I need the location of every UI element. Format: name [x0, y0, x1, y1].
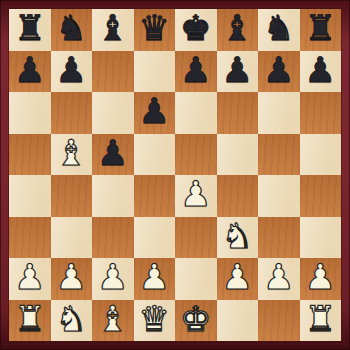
square-b6[interactable] [51, 92, 93, 134]
piece-black-king-e8[interactable]: ♚ [180, 11, 211, 46]
square-a5[interactable] [9, 134, 51, 176]
square-e3[interactable] [175, 217, 217, 259]
piece-white-knight-b1[interactable]: ♞ [56, 302, 87, 337]
square-h8[interactable]: ♜ [300, 9, 342, 51]
piece-black-knight-b8[interactable]: ♞ [56, 11, 87, 46]
piece-white-pawn-f2[interactable]: ♟ [222, 260, 253, 295]
square-g5[interactable] [258, 134, 300, 176]
square-e5[interactable] [175, 134, 217, 176]
square-a7[interactable]: ♟ [9, 51, 51, 93]
square-d4[interactable] [134, 175, 176, 217]
square-c2[interactable]: ♟ [92, 258, 134, 300]
square-c8[interactable]: ♝ [92, 9, 134, 51]
square-b7[interactable]: ♟ [51, 51, 93, 93]
piece-black-pawn-e7[interactable]: ♟ [180, 53, 211, 88]
piece-black-pawn-f7[interactable]: ♟ [222, 53, 253, 88]
piece-black-rook-a8[interactable]: ♜ [14, 11, 45, 46]
square-d1[interactable]: ♛ [134, 300, 176, 342]
piece-white-king-e1[interactable]: ♚ [180, 302, 211, 337]
square-c6[interactable] [92, 92, 134, 134]
piece-white-pawn-h2[interactable]: ♟ [305, 260, 336, 295]
square-g1[interactable] [258, 300, 300, 342]
square-f5[interactable] [217, 134, 259, 176]
square-f2[interactable]: ♟ [217, 258, 259, 300]
piece-black-pawn-c5[interactable]: ♟ [97, 136, 128, 171]
square-h2[interactable]: ♟ [300, 258, 342, 300]
piece-white-pawn-c2[interactable]: ♟ [97, 260, 128, 295]
piece-white-bishop-b5[interactable]: ♝ [56, 136, 87, 171]
piece-black-pawn-a7[interactable]: ♟ [14, 53, 45, 88]
piece-white-pawn-e4[interactable]: ♟ [180, 177, 211, 212]
piece-white-knight-f3[interactable]: ♞ [222, 219, 253, 254]
square-e4[interactable]: ♟ [175, 175, 217, 217]
square-h3[interactable] [300, 217, 342, 259]
piece-white-queen-d1[interactable]: ♛ [139, 302, 170, 337]
square-a8[interactable]: ♜ [9, 9, 51, 51]
square-c5[interactable]: ♟ [92, 134, 134, 176]
board-frame: ♜♞♝♛♚♝♞♜♟♟♟♟♟♟♟♝♟♟♞♟♟♟♟♟♟♟♜♞♝♛♚♜ [0, 0, 350, 350]
square-h4[interactable] [300, 175, 342, 217]
square-a3[interactable] [9, 217, 51, 259]
square-g8[interactable]: ♞ [258, 9, 300, 51]
square-c1[interactable]: ♝ [92, 300, 134, 342]
square-f7[interactable]: ♟ [217, 51, 259, 93]
square-d7[interactable] [134, 51, 176, 93]
square-f8[interactable]: ♝ [217, 9, 259, 51]
chess-board: ♜♞♝♛♚♝♞♜♟♟♟♟♟♟♟♝♟♟♞♟♟♟♟♟♟♟♜♞♝♛♚♜ [9, 9, 341, 341]
square-e7[interactable]: ♟ [175, 51, 217, 93]
piece-white-pawn-g2[interactable]: ♟ [263, 260, 294, 295]
square-c3[interactable] [92, 217, 134, 259]
square-b1[interactable]: ♞ [51, 300, 93, 342]
square-e2[interactable] [175, 258, 217, 300]
square-f1[interactable] [217, 300, 259, 342]
square-a2[interactable]: ♟ [9, 258, 51, 300]
square-c4[interactable] [92, 175, 134, 217]
piece-white-pawn-a2[interactable]: ♟ [14, 260, 45, 295]
piece-black-bishop-f8[interactable]: ♝ [222, 11, 253, 46]
square-a1[interactable]: ♜ [9, 300, 51, 342]
square-h5[interactable] [300, 134, 342, 176]
square-h6[interactable] [300, 92, 342, 134]
piece-black-bishop-c8[interactable]: ♝ [97, 11, 128, 46]
piece-black-rook-h8[interactable]: ♜ [305, 11, 336, 46]
square-e1[interactable]: ♚ [175, 300, 217, 342]
square-b5[interactable]: ♝ [51, 134, 93, 176]
square-f3[interactable]: ♞ [217, 217, 259, 259]
piece-black-queen-d8[interactable]: ♛ [139, 11, 170, 46]
square-b3[interactable] [51, 217, 93, 259]
piece-black-knight-g8[interactable]: ♞ [263, 11, 294, 46]
square-a6[interactable] [9, 92, 51, 134]
square-g3[interactable] [258, 217, 300, 259]
piece-white-rook-h1[interactable]: ♜ [305, 302, 336, 337]
square-h7[interactable]: ♟ [300, 51, 342, 93]
square-d5[interactable] [134, 134, 176, 176]
square-c7[interactable] [92, 51, 134, 93]
square-b4[interactable] [51, 175, 93, 217]
square-e8[interactable]: ♚ [175, 9, 217, 51]
square-g2[interactable]: ♟ [258, 258, 300, 300]
square-g4[interactable] [258, 175, 300, 217]
square-g7[interactable]: ♟ [258, 51, 300, 93]
piece-black-pawn-h7[interactable]: ♟ [305, 53, 336, 88]
piece-white-pawn-d2[interactable]: ♟ [139, 260, 170, 295]
square-f4[interactable] [217, 175, 259, 217]
square-g6[interactable] [258, 92, 300, 134]
square-a4[interactable] [9, 175, 51, 217]
piece-white-rook-a1[interactable]: ♜ [14, 302, 45, 337]
square-b2[interactable]: ♟ [51, 258, 93, 300]
piece-white-pawn-b2[interactable]: ♟ [56, 260, 87, 295]
square-h1[interactable]: ♜ [300, 300, 342, 342]
square-d8[interactable]: ♛ [134, 9, 176, 51]
square-e6[interactable] [175, 92, 217, 134]
square-d3[interactable] [134, 217, 176, 259]
square-d2[interactable]: ♟ [134, 258, 176, 300]
piece-black-pawn-b7[interactable]: ♟ [56, 53, 87, 88]
square-b8[interactable]: ♞ [51, 9, 93, 51]
piece-white-bishop-c1[interactable]: ♝ [97, 302, 128, 337]
square-f6[interactable] [217, 92, 259, 134]
piece-black-pawn-d6[interactable]: ♟ [139, 94, 170, 129]
square-d6[interactable]: ♟ [134, 92, 176, 134]
piece-black-pawn-g7[interactable]: ♟ [263, 53, 294, 88]
